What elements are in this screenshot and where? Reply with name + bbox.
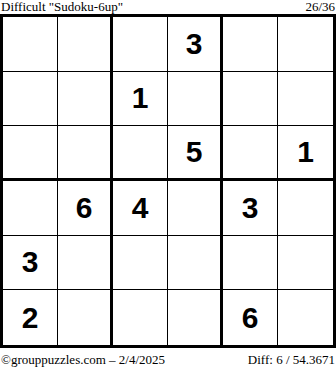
cell-r6c5: 6: [223, 290, 278, 345]
cell-r2c6: [278, 72, 333, 127]
cell-r6c1: 2: [3, 290, 58, 345]
cell-r1c6: [278, 17, 333, 72]
cell-r1c5: [223, 17, 278, 72]
cell-r5c2: [58, 236, 113, 291]
cell-r2c2: [58, 72, 113, 127]
cell-r6c3: [113, 290, 168, 345]
cell-r4c4: [168, 181, 223, 236]
cell-r2c1: [3, 72, 58, 127]
cell-r6c4: [168, 290, 223, 345]
difficulty-text: Diff: 6 / 54.3671: [248, 352, 335, 367]
cell-r1c3: [113, 17, 168, 72]
cell-r5c5: [223, 236, 278, 291]
sudoku-page: Difficult "Sudoku-6up" 26/36 3151643326 …: [0, 0, 336, 370]
cell-r1c4: 3: [168, 17, 223, 72]
cell-r3c6: 1: [278, 126, 333, 181]
puzzle-title: Difficult "Sudoku-6up": [1, 0, 123, 13]
cell-r2c4: [168, 72, 223, 127]
sudoku-board: 3151643326: [0, 14, 336, 348]
cell-r3c1: [3, 126, 58, 181]
cell-r3c5: [223, 126, 278, 181]
cell-r3c4: 5: [168, 126, 223, 181]
cell-r3c3: [113, 126, 168, 181]
cell-r4c6: [278, 181, 333, 236]
copyright-text: ©grouppuzzles.com – 2/4/2025: [1, 352, 165, 367]
cell-r5c3: [113, 236, 168, 291]
cell-r5c6: [278, 236, 333, 291]
cell-r3c2: [58, 126, 113, 181]
cell-r4c2: 6: [58, 181, 113, 236]
footer: ©grouppuzzles.com – 2/4/2025 Diff: 6 / 5…: [0, 348, 336, 370]
cell-r4c1: [3, 181, 58, 236]
cell-r2c5: [223, 72, 278, 127]
cell-r1c2: [58, 17, 113, 72]
cell-r4c3: 4: [113, 181, 168, 236]
cell-r1c1: [3, 17, 58, 72]
cell-r6c6: [278, 290, 333, 345]
cell-r5c1: 3: [3, 236, 58, 291]
cell-r2c3: 1: [113, 72, 168, 127]
cell-r6c2: [58, 290, 113, 345]
cell-r4c5: 3: [223, 181, 278, 236]
header: Difficult "Sudoku-6up" 26/36: [0, 0, 336, 14]
cell-r5c4: [168, 236, 223, 291]
puzzle-counter: 26/36: [305, 0, 335, 13]
